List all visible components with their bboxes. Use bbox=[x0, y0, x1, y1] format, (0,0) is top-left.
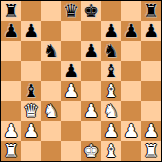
piece-white-knight[interactable]: ♞ bbox=[103, 101, 119, 121]
square-b5[interactable] bbox=[21, 61, 41, 81]
piece-black-pawn[interactable]: ♟ bbox=[3, 21, 19, 41]
piece-black-rook[interactable]: ♜ bbox=[143, 1, 159, 21]
square-e7[interactable] bbox=[81, 21, 101, 41]
piece-white-pawn[interactable]: ♟ bbox=[123, 121, 139, 141]
piece-white-rook[interactable]: ♜ bbox=[3, 141, 19, 161]
piece-white-pawn[interactable]: ♟ bbox=[3, 121, 19, 141]
square-b7[interactable]: ♟ bbox=[21, 21, 41, 41]
square-g7[interactable]: ♟ bbox=[121, 21, 141, 41]
piece-black-pawn[interactable]: ♟ bbox=[103, 21, 119, 41]
piece-black-knight[interactable]: ♞ bbox=[43, 41, 59, 61]
square-f4[interactable]: ♝ bbox=[101, 81, 121, 101]
square-e3[interactable]: ♟ bbox=[81, 101, 101, 121]
square-e5[interactable] bbox=[81, 61, 101, 81]
square-g5[interactable] bbox=[121, 61, 141, 81]
square-h6[interactable] bbox=[141, 41, 161, 61]
square-c3[interactable]: ♞ bbox=[41, 101, 61, 121]
piece-black-pawn[interactable]: ♟ bbox=[23, 21, 39, 41]
square-b4[interactable]: ♝ bbox=[21, 81, 41, 101]
square-a2[interactable]: ♟ bbox=[1, 121, 21, 141]
square-c4[interactable] bbox=[41, 81, 61, 101]
square-c7[interactable] bbox=[41, 21, 61, 41]
square-a8[interactable]: ♜ bbox=[1, 1, 21, 21]
piece-white-bishop[interactable]: ♝ bbox=[103, 141, 119, 161]
piece-white-bishop[interactable]: ♝ bbox=[103, 81, 119, 101]
piece-black-pawn[interactable]: ♟ bbox=[83, 41, 99, 61]
square-e6[interactable]: ♟ bbox=[81, 41, 101, 61]
square-b2[interactable]: ♟ bbox=[21, 121, 41, 141]
square-a6[interactable] bbox=[1, 41, 21, 61]
square-e8[interactable]: ♚ bbox=[81, 1, 101, 21]
square-h7[interactable]: ♟ bbox=[141, 21, 161, 41]
piece-white-knight[interactable]: ♞ bbox=[43, 101, 59, 121]
square-c5[interactable] bbox=[41, 61, 61, 81]
piece-white-pawn[interactable]: ♟ bbox=[23, 121, 39, 141]
square-c8[interactable] bbox=[41, 1, 61, 21]
square-g6[interactable] bbox=[121, 41, 141, 61]
piece-white-king[interactable]: ♚ bbox=[83, 141, 99, 161]
square-f2[interactable]: ♟ bbox=[101, 121, 121, 141]
square-g4[interactable] bbox=[121, 81, 141, 101]
square-d4[interactable]: ♟ bbox=[61, 81, 81, 101]
piece-black-pawn[interactable]: ♟ bbox=[123, 21, 139, 41]
square-g2[interactable]: ♟ bbox=[121, 121, 141, 141]
square-f6[interactable]: ♞ bbox=[101, 41, 121, 61]
square-h1[interactable]: ♜ bbox=[141, 141, 161, 161]
square-g8[interactable] bbox=[121, 1, 141, 21]
square-e2[interactable] bbox=[81, 121, 101, 141]
square-f8[interactable] bbox=[101, 1, 121, 21]
square-b1[interactable] bbox=[21, 141, 41, 161]
piece-black-rook[interactable]: ♜ bbox=[3, 1, 19, 21]
piece-black-bishop[interactable]: ♝ bbox=[103, 61, 119, 81]
square-e1[interactable]: ♚ bbox=[81, 141, 101, 161]
square-b3[interactable]: ♛ bbox=[21, 101, 41, 121]
piece-black-king[interactable]: ♚ bbox=[83, 1, 99, 21]
square-c1[interactable] bbox=[41, 141, 61, 161]
square-f7[interactable]: ♟ bbox=[101, 21, 121, 41]
square-e4[interactable] bbox=[81, 81, 101, 101]
square-f5[interactable]: ♝ bbox=[101, 61, 121, 81]
piece-white-pawn[interactable]: ♟ bbox=[103, 121, 119, 141]
square-a5[interactable] bbox=[1, 61, 21, 81]
square-f1[interactable]: ♝ bbox=[101, 141, 121, 161]
square-b6[interactable] bbox=[21, 41, 41, 61]
square-b8[interactable] bbox=[21, 1, 41, 21]
piece-black-queen[interactable]: ♛ bbox=[63, 1, 79, 21]
square-h4[interactable] bbox=[141, 81, 161, 101]
square-d3[interactable] bbox=[61, 101, 81, 121]
square-h5[interactable] bbox=[141, 61, 161, 81]
square-d5[interactable]: ♟ bbox=[61, 61, 81, 81]
chess-board: ♜♛♚♜♟♟♟♟♟♞♟♞♟♝♝♟♝♛♞♟♞♟♟♟♟♟♜♚♝♜ bbox=[0, 0, 162, 162]
square-d2[interactable] bbox=[61, 121, 81, 141]
piece-black-pawn[interactable]: ♟ bbox=[143, 21, 159, 41]
square-h3[interactable] bbox=[141, 101, 161, 121]
square-d7[interactable] bbox=[61, 21, 81, 41]
square-f3[interactable]: ♞ bbox=[101, 101, 121, 121]
piece-black-pawn[interactable]: ♟ bbox=[63, 61, 79, 81]
piece-black-knight[interactable]: ♞ bbox=[103, 41, 119, 61]
piece-white-pawn[interactable]: ♟ bbox=[143, 121, 159, 141]
piece-white-pawn[interactable]: ♟ bbox=[63, 81, 79, 101]
piece-white-queen[interactable]: ♛ bbox=[23, 101, 39, 121]
square-a7[interactable]: ♟ bbox=[1, 21, 21, 41]
square-c2[interactable] bbox=[41, 121, 61, 141]
piece-black-bishop[interactable]: ♝ bbox=[23, 81, 39, 101]
square-g3[interactable] bbox=[121, 101, 141, 121]
square-c6[interactable]: ♞ bbox=[41, 41, 61, 61]
square-a1[interactable]: ♜ bbox=[1, 141, 21, 161]
square-d1[interactable] bbox=[61, 141, 81, 161]
square-g1[interactable] bbox=[121, 141, 141, 161]
square-h2[interactable]: ♟ bbox=[141, 121, 161, 141]
square-d8[interactable]: ♛ bbox=[61, 1, 81, 21]
square-a4[interactable] bbox=[1, 81, 21, 101]
piece-white-rook[interactable]: ♜ bbox=[143, 141, 159, 161]
piece-white-pawn[interactable]: ♟ bbox=[83, 101, 99, 121]
square-h8[interactable]: ♜ bbox=[141, 1, 161, 21]
square-a3[interactable] bbox=[1, 101, 21, 121]
square-d6[interactable] bbox=[61, 41, 81, 61]
